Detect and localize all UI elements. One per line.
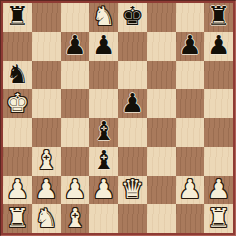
square-g2[interactable]: ♟	[176, 176, 205, 205]
piece-white-bishop[interactable]: ♝	[34, 147, 57, 173]
piece-black-pawn[interactable]: ♟	[63, 32, 86, 58]
square-c2[interactable]: ♟	[61, 176, 90, 205]
square-d1[interactable]	[89, 204, 118, 233]
piece-black-king[interactable]: ♚	[121, 3, 144, 29]
piece-white-pawn[interactable]: ♟	[34, 176, 57, 202]
square-f5[interactable]	[147, 89, 176, 118]
square-d4[interactable]: ♝	[89, 118, 118, 147]
piece-white-pawn[interactable]: ♟	[6, 176, 29, 202]
square-h6[interactable]	[204, 61, 233, 90]
square-g4[interactable]	[176, 118, 205, 147]
square-b4[interactable]	[32, 118, 61, 147]
square-e2[interactable]: ♛	[118, 176, 147, 205]
square-a4[interactable]	[3, 118, 32, 147]
piece-black-pawn[interactable]: ♟	[92, 32, 115, 58]
piece-white-pawn[interactable]: ♟	[92, 176, 115, 202]
square-g8[interactable]	[176, 3, 205, 32]
square-e3[interactable]	[118, 147, 147, 176]
square-f6[interactable]	[147, 61, 176, 90]
square-f4[interactable]	[147, 118, 176, 147]
piece-white-queen[interactable]: ♛	[121, 176, 144, 202]
piece-white-king[interactable]: ♚	[6, 90, 29, 116]
piece-white-rook[interactable]: ♜	[207, 205, 230, 231]
piece-black-pawn[interactable]: ♟	[207, 32, 230, 58]
square-e7[interactable]	[118, 32, 147, 61]
square-d3[interactable]: ♝	[89, 147, 118, 176]
square-d8[interactable]: ♞	[89, 3, 118, 32]
square-a2[interactable]: ♟	[3, 176, 32, 205]
square-f3[interactable]	[147, 147, 176, 176]
square-b1[interactable]: ♞	[32, 204, 61, 233]
square-a3[interactable]	[3, 147, 32, 176]
square-c5[interactable]	[61, 89, 90, 118]
square-c3[interactable]	[61, 147, 90, 176]
square-e1[interactable]	[118, 204, 147, 233]
square-c8[interactable]	[61, 3, 90, 32]
square-b3[interactable]: ♝	[32, 147, 61, 176]
piece-black-pawn[interactable]: ♟	[121, 90, 144, 116]
square-e5[interactable]: ♟	[118, 89, 147, 118]
square-a7[interactable]	[3, 32, 32, 61]
square-f7[interactable]	[147, 32, 176, 61]
square-h8[interactable]: ♜	[204, 3, 233, 32]
piece-white-knight[interactable]: ♞	[34, 205, 57, 231]
square-a5[interactable]: ♚	[3, 89, 32, 118]
square-f2[interactable]	[147, 176, 176, 205]
square-d2[interactable]: ♟	[89, 176, 118, 205]
square-d7[interactable]: ♟	[89, 32, 118, 61]
piece-white-bishop[interactable]: ♝	[63, 205, 86, 231]
square-f8[interactable]	[147, 3, 176, 32]
square-h1[interactable]: ♜	[204, 204, 233, 233]
square-g1[interactable]	[176, 204, 205, 233]
square-g3[interactable]	[176, 147, 205, 176]
square-a1[interactable]: ♜	[3, 204, 32, 233]
piece-black-pawn[interactable]: ♟	[178, 32, 201, 58]
square-b6[interactable]	[32, 61, 61, 90]
square-g7[interactable]: ♟	[176, 32, 205, 61]
square-g6[interactable]	[176, 61, 205, 90]
piece-black-bishop[interactable]: ♝	[92, 147, 115, 173]
square-e4[interactable]	[118, 118, 147, 147]
board-frame: ♜♞♚♜♟♟♟♟♞♚♟♝♝♝♟♟♟♟♛♟♟♜♞♝♜	[0, 0, 236, 236]
chess-board: ♜♞♚♜♟♟♟♟♞♚♟♝♝♝♟♟♟♟♛♟♟♜♞♝♜	[3, 3, 233, 233]
square-e8[interactable]: ♚	[118, 3, 147, 32]
square-g5[interactable]	[176, 89, 205, 118]
square-h4[interactable]	[204, 118, 233, 147]
piece-black-rook[interactable]: ♜	[207, 3, 230, 29]
piece-white-knight[interactable]: ♞	[92, 3, 115, 29]
square-h5[interactable]	[204, 89, 233, 118]
piece-black-bishop[interactable]: ♝	[92, 118, 115, 144]
square-c6[interactable]	[61, 61, 90, 90]
piece-white-pawn[interactable]: ♟	[207, 176, 230, 202]
square-c4[interactable]	[61, 118, 90, 147]
square-c7[interactable]: ♟	[61, 32, 90, 61]
square-d5[interactable]	[89, 89, 118, 118]
piece-white-pawn[interactable]: ♟	[63, 176, 86, 202]
square-h7[interactable]: ♟	[204, 32, 233, 61]
square-c1[interactable]: ♝	[61, 204, 90, 233]
square-e6[interactable]	[118, 61, 147, 90]
square-a8[interactable]: ♜	[3, 3, 32, 32]
square-a6[interactable]: ♞	[3, 61, 32, 90]
piece-white-rook[interactable]: ♜	[6, 205, 29, 231]
piece-black-knight[interactable]: ♞	[6, 61, 29, 87]
piece-black-rook[interactable]: ♜	[6, 3, 29, 29]
square-b5[interactable]	[32, 89, 61, 118]
square-b8[interactable]	[32, 3, 61, 32]
square-b7[interactable]	[32, 32, 61, 61]
square-b2[interactable]: ♟	[32, 176, 61, 205]
piece-white-pawn[interactable]: ♟	[178, 176, 201, 202]
square-f1[interactable]	[147, 204, 176, 233]
square-d6[interactable]	[89, 61, 118, 90]
square-h3[interactable]	[204, 147, 233, 176]
square-h2[interactable]: ♟	[204, 176, 233, 205]
